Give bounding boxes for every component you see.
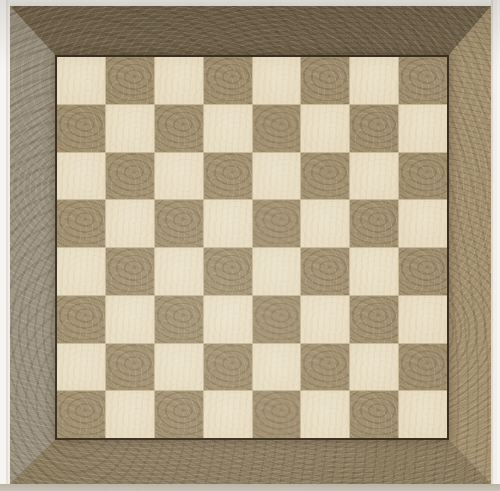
square-d5[interactable] [204,200,252,247]
square-h6[interactable] [399,153,447,200]
square-e1[interactable] [253,391,301,438]
square-f3[interactable] [301,296,349,343]
square-d1[interactable] [204,391,252,438]
square-h8[interactable] [399,57,447,104]
square-e4[interactable] [253,248,301,295]
square-g7[interactable] [350,105,398,152]
square-f2[interactable] [301,344,349,391]
board-frame [10,6,491,484]
square-g2[interactable] [350,344,398,391]
square-g3[interactable] [350,296,398,343]
square-h5[interactable] [399,200,447,247]
square-c7[interactable] [155,105,203,152]
square-h1[interactable] [399,391,447,438]
backdrop-edge-left [0,0,10,491]
backdrop-edge-bottom [0,484,500,491]
square-g6[interactable] [350,153,398,200]
square-g1[interactable] [350,391,398,438]
square-c4[interactable] [155,248,203,295]
square-c8[interactable] [155,57,203,104]
square-f5[interactable] [301,200,349,247]
square-e2[interactable] [253,344,301,391]
square-b1[interactable] [106,391,154,438]
square-a5[interactable] [57,200,105,247]
square-h4[interactable] [399,248,447,295]
square-e3[interactable] [253,296,301,343]
square-f7[interactable] [301,105,349,152]
square-h3[interactable] [399,296,447,343]
square-d7[interactable] [204,105,252,152]
chessboard-photo [0,0,500,491]
square-d6[interactable] [204,153,252,200]
square-f8[interactable] [301,57,349,104]
square-e8[interactable] [253,57,301,104]
square-b3[interactable] [106,296,154,343]
square-d2[interactable] [204,344,252,391]
square-f1[interactable] [301,391,349,438]
chess-board [55,55,449,440]
backdrop-edge-right [491,0,500,491]
square-b2[interactable] [106,344,154,391]
square-b4[interactable] [106,248,154,295]
square-a3[interactable] [57,296,105,343]
square-f4[interactable] [301,248,349,295]
square-c2[interactable] [155,344,203,391]
square-d3[interactable] [204,296,252,343]
square-b8[interactable] [106,57,154,104]
square-g4[interactable] [350,248,398,295]
square-g8[interactable] [350,57,398,104]
square-b7[interactable] [106,105,154,152]
square-c1[interactable] [155,391,203,438]
square-e7[interactable] [253,105,301,152]
square-a7[interactable] [57,105,105,152]
square-a8[interactable] [57,57,105,104]
square-f6[interactable] [301,153,349,200]
square-d4[interactable] [204,248,252,295]
square-c5[interactable] [155,200,203,247]
square-a2[interactable] [57,344,105,391]
square-d8[interactable] [204,57,252,104]
square-c3[interactable] [155,296,203,343]
square-c6[interactable] [155,153,203,200]
square-h7[interactable] [399,105,447,152]
square-a4[interactable] [57,248,105,295]
square-b6[interactable] [106,153,154,200]
square-e6[interactable] [253,153,301,200]
square-h2[interactable] [399,344,447,391]
square-b5[interactable] [106,200,154,247]
square-a1[interactable] [57,391,105,438]
square-e5[interactable] [253,200,301,247]
square-a6[interactable] [57,153,105,200]
square-g5[interactable] [350,200,398,247]
